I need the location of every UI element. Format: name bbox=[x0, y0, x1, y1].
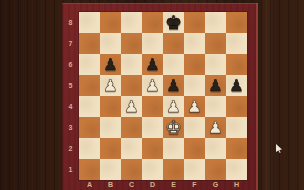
square-c4[interactable]: ♟ bbox=[121, 96, 142, 117]
square-h4[interactable] bbox=[226, 96, 247, 117]
square-f8[interactable] bbox=[184, 12, 205, 33]
rank-label-8: 8 bbox=[62, 12, 79, 33]
board-grid: ♚♟♟♟♟♟♟♟♟♟♟♚♟ bbox=[79, 12, 247, 180]
square-c2[interactable] bbox=[121, 138, 142, 159]
square-f3[interactable] bbox=[184, 117, 205, 138]
square-b2[interactable] bbox=[100, 138, 121, 159]
square-b3[interactable] bbox=[100, 117, 121, 138]
square-h7[interactable] bbox=[226, 33, 247, 54]
rank-label-1: 1 bbox=[62, 159, 79, 180]
square-b4[interactable] bbox=[100, 96, 121, 117]
file-label-d: D bbox=[142, 180, 163, 190]
rank-label-3: 3 bbox=[62, 117, 79, 138]
square-a5[interactable] bbox=[79, 75, 100, 96]
square-b5[interactable]: ♟ bbox=[100, 75, 121, 96]
piece-white-pawn-f4[interactable]: ♟ bbox=[187, 96, 201, 117]
rank-label-5: 5 bbox=[62, 75, 79, 96]
square-d6[interactable]: ♟ bbox=[142, 54, 163, 75]
piece-black-pawn-e5[interactable]: ♟ bbox=[166, 75, 180, 96]
piece-white-pawn-b5[interactable]: ♟ bbox=[103, 75, 117, 96]
square-c3[interactable] bbox=[121, 117, 142, 138]
square-a8[interactable] bbox=[79, 12, 100, 33]
piece-white-king-e3[interactable]: ♚ bbox=[165, 117, 182, 138]
mouse-cursor-icon bbox=[276, 144, 282, 153]
square-d2[interactable] bbox=[142, 138, 163, 159]
square-b6[interactable]: ♟ bbox=[100, 54, 121, 75]
square-e5[interactable]: ♟ bbox=[163, 75, 184, 96]
square-d5[interactable]: ♟ bbox=[142, 75, 163, 96]
file-label-g: G bbox=[205, 180, 226, 190]
square-b8[interactable] bbox=[100, 12, 121, 33]
piece-black-pawn-b6[interactable]: ♟ bbox=[103, 54, 117, 75]
square-a3[interactable] bbox=[79, 117, 100, 138]
file-label-b: B bbox=[100, 180, 121, 190]
square-g1[interactable] bbox=[205, 159, 226, 180]
file-label-c: C bbox=[121, 180, 142, 190]
file-label-h: H bbox=[226, 180, 247, 190]
piece-black-king-e8[interactable]: ♚ bbox=[165, 12, 182, 33]
piece-black-pawn-g5[interactable]: ♟ bbox=[208, 75, 222, 96]
square-c5[interactable] bbox=[121, 75, 142, 96]
square-a7[interactable] bbox=[79, 33, 100, 54]
square-g8[interactable] bbox=[205, 12, 226, 33]
piece-black-pawn-h5[interactable]: ♟ bbox=[229, 75, 243, 96]
square-a1[interactable] bbox=[79, 159, 100, 180]
square-f6[interactable] bbox=[184, 54, 205, 75]
square-b1[interactable] bbox=[100, 159, 121, 180]
square-h1[interactable] bbox=[226, 159, 247, 180]
square-g6[interactable] bbox=[205, 54, 226, 75]
rank-label-7: 7 bbox=[62, 33, 79, 54]
square-a6[interactable] bbox=[79, 54, 100, 75]
square-g2[interactable] bbox=[205, 138, 226, 159]
piece-white-pawn-d5[interactable]: ♟ bbox=[145, 75, 159, 96]
square-e1[interactable] bbox=[163, 159, 184, 180]
piece-black-pawn-d6[interactable]: ♟ bbox=[145, 54, 159, 75]
file-label-e: E bbox=[163, 180, 184, 190]
square-c8[interactable] bbox=[121, 12, 142, 33]
square-d1[interactable] bbox=[142, 159, 163, 180]
square-d8[interactable] bbox=[142, 12, 163, 33]
square-f1[interactable] bbox=[184, 159, 205, 180]
square-g3[interactable]: ♟ bbox=[205, 117, 226, 138]
rank-label-4: 4 bbox=[62, 96, 79, 117]
square-h2[interactable] bbox=[226, 138, 247, 159]
square-h3[interactable] bbox=[226, 117, 247, 138]
file-label-a: A bbox=[79, 180, 100, 190]
square-a2[interactable] bbox=[79, 138, 100, 159]
square-g5[interactable]: ♟ bbox=[205, 75, 226, 96]
wood-grain-highlight bbox=[260, 0, 274, 190]
chessboard-scene: ♚♟♟♟♟♟♟♟♟♟♟♚♟ 87654321 ABCDEFGH bbox=[0, 0, 304, 190]
square-d3[interactable] bbox=[142, 117, 163, 138]
piece-white-pawn-c4[interactable]: ♟ bbox=[124, 96, 138, 117]
square-c6[interactable] bbox=[121, 54, 142, 75]
piece-white-pawn-g3[interactable]: ♟ bbox=[208, 117, 222, 138]
square-g4[interactable] bbox=[205, 96, 226, 117]
square-e2[interactable] bbox=[163, 138, 184, 159]
square-f7[interactable] bbox=[184, 33, 205, 54]
square-f2[interactable] bbox=[184, 138, 205, 159]
square-c7[interactable] bbox=[121, 33, 142, 54]
square-h8[interactable] bbox=[226, 12, 247, 33]
square-f5[interactable] bbox=[184, 75, 205, 96]
square-f4[interactable]: ♟ bbox=[184, 96, 205, 117]
rank-label-2: 2 bbox=[62, 138, 79, 159]
square-a4[interactable] bbox=[79, 96, 100, 117]
square-h5[interactable]: ♟ bbox=[226, 75, 247, 96]
piece-white-pawn-e4[interactable]: ♟ bbox=[166, 96, 180, 117]
rank-label-6: 6 bbox=[62, 54, 79, 75]
square-b7[interactable] bbox=[100, 33, 121, 54]
square-d7[interactable] bbox=[142, 33, 163, 54]
chess-board: ♚♟♟♟♟♟♟♟♟♟♟♚♟ 87654321 ABCDEFGH bbox=[62, 3, 258, 190]
square-h6[interactable] bbox=[226, 54, 247, 75]
square-d4[interactable] bbox=[142, 96, 163, 117]
square-g7[interactable] bbox=[205, 33, 226, 54]
file-label-f: F bbox=[184, 180, 205, 190]
square-c1[interactable] bbox=[121, 159, 142, 180]
square-e3[interactable]: ♚ bbox=[163, 117, 184, 138]
square-e4[interactable]: ♟ bbox=[163, 96, 184, 117]
square-e7[interactable] bbox=[163, 33, 184, 54]
square-e6[interactable] bbox=[163, 54, 184, 75]
square-e8[interactable]: ♚ bbox=[163, 12, 184, 33]
